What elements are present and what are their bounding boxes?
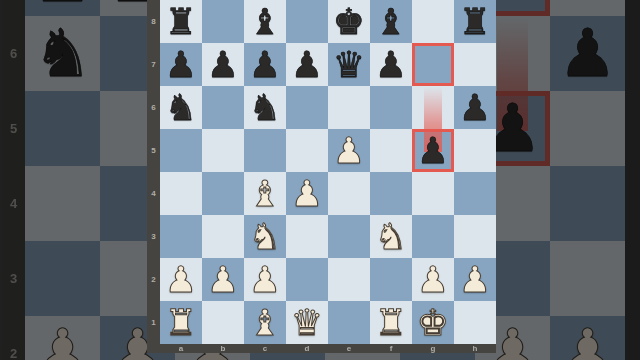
square-g7[interactable] [412,43,454,86]
square-h7[interactable] [454,43,496,86]
square-h5 [550,91,625,166]
square-a5[interactable] [160,129,202,172]
square-h2: ♟ [550,316,625,360]
square-d2[interactable] [286,258,328,301]
rank-label-4: 4 [147,172,160,215]
piece-black-pawn[interactable]: ♟ [202,43,244,86]
square-d1[interactable]: ♛ [286,301,328,344]
square-d8[interactable] [286,0,328,43]
chess-app-screenshot: 87654321♜♝♚♝♜♟♟♟♟♛♟♞♞♟♟♟♝♟♞♞♟♟♟♟♟♜♝♛♜♚ab… [0,0,640,360]
file-label-c: c [244,344,286,353]
square-g1[interactable]: ♚ [412,301,454,344]
rank-label-3: 3 [147,215,160,258]
piece-black-knight[interactable]: ♞ [160,86,202,129]
rank-label-8: 8 [147,0,160,43]
square-f4[interactable] [370,172,412,215]
square-b2[interactable]: ♟ [202,258,244,301]
square-c1[interactable]: ♝ [244,301,286,344]
square-a1[interactable]: ♜ [160,301,202,344]
piece-black-bishop[interactable]: ♝ [244,0,286,43]
square-g3[interactable] [412,215,454,258]
piece-black-pawn[interactable]: ♟ [454,86,496,129]
piece-black-rook[interactable]: ♜ [454,0,496,43]
square-c3[interactable]: ♞ [244,215,286,258]
rank-label-7: 7 [147,43,160,86]
square-a5 [25,91,100,166]
rank-label-2: 2 [2,316,25,360]
rank-label-5: 5 [2,91,25,166]
square-a3[interactable] [160,215,202,258]
square-h2[interactable]: ♟ [454,258,496,301]
piece-white-bishop[interactable]: ♝ [244,301,286,344]
square-g2[interactable]: ♟ [412,258,454,301]
square-f2[interactable] [370,258,412,301]
square-b8[interactable] [202,0,244,43]
square-h5[interactable] [454,129,496,172]
piece-white-queen[interactable]: ♛ [286,301,328,344]
square-e6[interactable] [328,86,370,129]
piece-black-pawn: ♟ [550,16,625,91]
piece-black-knight: ♞ [25,16,100,91]
square-f8[interactable]: ♝ [370,0,412,43]
square-h8[interactable]: ♜ [454,0,496,43]
square-e4[interactable] [328,172,370,215]
square-a2[interactable]: ♟ [160,258,202,301]
square-b5[interactable] [202,129,244,172]
square-a7[interactable]: ♟ [160,43,202,86]
rank-label-2: 2 [147,258,160,301]
last-move-highlight-g7 [412,43,454,86]
file-label-a: a [160,344,202,353]
square-c5[interactable] [244,129,286,172]
piece-black-pawn[interactable]: ♟ [244,43,286,86]
letterbox-bar [625,0,640,360]
square-h4 [550,166,625,241]
square-a3 [25,241,100,316]
square-b3[interactable] [202,215,244,258]
piece-black-king[interactable]: ♚ [328,0,370,43]
square-h6[interactable]: ♟ [454,86,496,129]
piece-black-pawn[interactable]: ♟ [160,43,202,86]
square-h4[interactable] [454,172,496,215]
rank-label-6: 6 [147,86,160,129]
square-e8[interactable]: ♚ [328,0,370,43]
piece-white-knight[interactable]: ♞ [244,215,286,258]
square-g5[interactable]: ♟ [412,129,454,172]
square-b1[interactable] [202,301,244,344]
piece-white-rook[interactable]: ♜ [160,301,202,344]
square-a6[interactable]: ♞ [160,86,202,129]
square-g6[interactable] [412,86,454,129]
rank-label-7: 7 [2,0,25,16]
label-strip-corner [147,344,160,353]
square-a7: ♟ [25,0,100,16]
piece-white-pawn: ♟ [25,316,100,360]
square-h6: ♟ [550,16,625,91]
square-c2[interactable]: ♟ [244,258,286,301]
square-e2[interactable] [328,258,370,301]
square-a4[interactable] [160,172,202,215]
square-d7[interactable]: ♟ [286,43,328,86]
piece-white-pawn[interactable]: ♟ [412,258,454,301]
rank-label-1: 1 [147,301,160,344]
square-c7[interactable]: ♟ [244,43,286,86]
square-f5[interactable] [370,129,412,172]
piece-black-bishop[interactable]: ♝ [370,0,412,43]
file-label-f: f [370,344,412,353]
piece-white-pawn[interactable]: ♟ [328,129,370,172]
square-h1[interactable] [454,301,496,344]
rank-label-6: 6 [2,16,25,91]
piece-black-queen[interactable]: ♛ [328,43,370,86]
piece-white-knight[interactable]: ♞ [370,215,412,258]
square-b7[interactable]: ♟ [202,43,244,86]
square-f7[interactable]: ♟ [370,43,412,86]
square-d5[interactable] [286,129,328,172]
square-c4[interactable]: ♝ [244,172,286,215]
square-h3[interactable] [454,215,496,258]
square-e3[interactable] [328,215,370,258]
square-d4[interactable]: ♟ [286,172,328,215]
square-h7 [550,0,625,16]
rank-label-5: 5 [147,129,160,172]
square-g8[interactable] [412,0,454,43]
square-f1[interactable]: ♜ [370,301,412,344]
square-a8[interactable]: ♜ [160,0,202,43]
square-h3 [550,241,625,316]
square-g4[interactable] [412,172,454,215]
square-c8[interactable]: ♝ [244,0,286,43]
piece-black-knight[interactable]: ♞ [244,86,286,129]
piece-white-king[interactable]: ♚ [412,301,454,344]
square-b4[interactable] [202,172,244,215]
piece-white-pawn[interactable]: ♟ [160,258,202,301]
piece-white-rook[interactable]: ♜ [370,301,412,344]
piece-black-rook[interactable]: ♜ [160,0,202,43]
file-label-g: g [412,344,454,353]
piece-white-pawn: ♟ [550,316,625,360]
square-d3[interactable] [286,215,328,258]
piece-white-pawn[interactable]: ♟ [454,258,496,301]
rank-label-4: 4 [2,166,25,241]
rank-label-3: 3 [2,241,25,316]
square-f6[interactable] [370,86,412,129]
piece-black-pawn[interactable]: ♟ [370,43,412,86]
piece-white-pawn[interactable]: ♟ [244,258,286,301]
square-c6[interactable]: ♞ [244,86,286,129]
square-a6: ♞ [25,16,100,91]
piece-black-pawn: ♟ [25,0,100,16]
piece-black-pawn[interactable]: ♟ [412,129,454,172]
square-e1[interactable] [328,301,370,344]
piece-black-pawn[interactable]: ♟ [286,43,328,86]
piece-white-pawn[interactable]: ♟ [202,258,244,301]
file-label-h: h [454,344,496,353]
file-label-d: d [286,344,328,353]
square-e7[interactable]: ♛ [328,43,370,86]
square-f3[interactable]: ♞ [370,215,412,258]
piece-white-pawn[interactable]: ♟ [286,172,328,215]
square-a4 [25,166,100,241]
square-e5[interactable]: ♟ [328,129,370,172]
square-d6[interactable] [286,86,328,129]
square-a2: ♟ [25,316,100,360]
piece-white-bishop[interactable]: ♝ [244,172,286,215]
square-b6[interactable] [202,86,244,129]
file-label-b: b [202,344,244,353]
file-label-e: e [328,344,370,353]
